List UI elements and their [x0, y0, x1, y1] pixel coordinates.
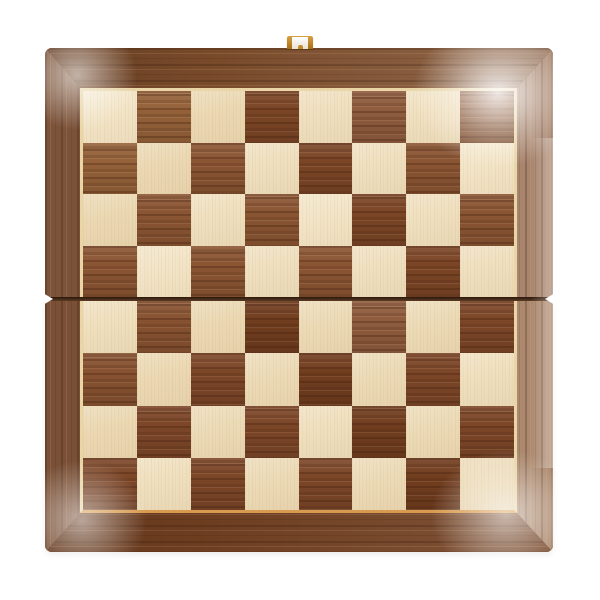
square-g4	[406, 301, 460, 353]
square-c4	[191, 301, 245, 353]
board-half-upper	[45, 48, 553, 297]
square-g7	[406, 143, 460, 195]
brass-clasp	[287, 36, 313, 49]
square-d6	[245, 194, 299, 246]
square-a3	[83, 353, 137, 405]
square-c5	[191, 246, 245, 298]
square-e7	[299, 143, 353, 195]
square-d2	[245, 406, 299, 458]
square-h6	[460, 194, 514, 246]
square-g5	[406, 246, 460, 298]
square-b7	[137, 143, 191, 195]
square-f5	[352, 246, 406, 298]
square-e8	[299, 91, 353, 143]
square-a1	[83, 458, 137, 510]
square-c1	[191, 458, 245, 510]
square-d1	[245, 458, 299, 510]
clasp-knob	[298, 45, 303, 49]
square-f6	[352, 194, 406, 246]
square-c2	[191, 406, 245, 458]
square-c7	[191, 143, 245, 195]
square-b2	[137, 406, 191, 458]
square-e6	[299, 194, 353, 246]
fold-seam	[45, 297, 553, 301]
square-e4	[299, 301, 353, 353]
square-f3	[352, 353, 406, 405]
square-d4	[245, 301, 299, 353]
square-a4	[83, 301, 137, 353]
squares-grid-lower	[83, 301, 514, 510]
product-photo-scene	[0, 0, 600, 600]
square-f8	[352, 91, 406, 143]
chessboard	[45, 48, 553, 552]
square-b3	[137, 353, 191, 405]
square-h8	[460, 91, 514, 143]
square-a6	[83, 194, 137, 246]
square-a8	[83, 91, 137, 143]
square-b8	[137, 91, 191, 143]
playing-area-lower	[80, 301, 517, 513]
square-h7	[460, 143, 514, 195]
square-f7	[352, 143, 406, 195]
square-a2	[83, 406, 137, 458]
board-half-lower	[45, 301, 553, 552]
square-h4	[460, 301, 514, 353]
square-b1	[137, 458, 191, 510]
square-e5	[299, 246, 353, 298]
squares-grid-upper	[83, 91, 514, 297]
square-b4	[137, 301, 191, 353]
square-c3	[191, 353, 245, 405]
square-h1	[460, 458, 514, 510]
square-d8	[245, 91, 299, 143]
square-g2	[406, 406, 460, 458]
square-d7	[245, 143, 299, 195]
square-f4	[352, 301, 406, 353]
square-h2	[460, 406, 514, 458]
square-a5	[83, 246, 137, 298]
square-g1	[406, 458, 460, 510]
square-g8	[406, 91, 460, 143]
playing-area-upper	[80, 88, 517, 297]
square-c6	[191, 194, 245, 246]
square-h5	[460, 246, 514, 298]
square-e3	[299, 353, 353, 405]
square-f2	[352, 406, 406, 458]
square-f1	[352, 458, 406, 510]
square-b5	[137, 246, 191, 298]
square-e1	[299, 458, 353, 510]
square-d5	[245, 246, 299, 298]
square-c8	[191, 91, 245, 143]
square-h3	[460, 353, 514, 405]
square-b6	[137, 194, 191, 246]
square-g6	[406, 194, 460, 246]
square-a7	[83, 143, 137, 195]
square-g3	[406, 353, 460, 405]
square-e2	[299, 406, 353, 458]
square-d3	[245, 353, 299, 405]
